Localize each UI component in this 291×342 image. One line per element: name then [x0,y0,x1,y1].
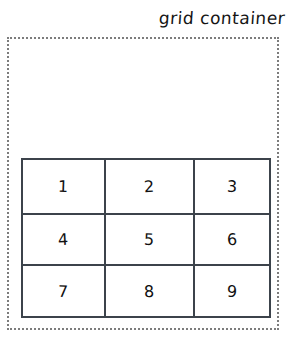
page: grid container 1 2 3 4 5 6 7 8 9 [0,0,291,342]
grid-cell-2-value: 2 [144,177,155,197]
grid-cell-4-value: 4 [58,230,69,250]
grid-cell-3-value: 3 [227,177,238,196]
grid-cell-9: 9 [195,266,269,316]
grid-cell-8: 8 [106,266,195,316]
grid-cell-9-value: 9 [227,281,238,300]
grid-cell-1: 1 [23,160,106,215]
grid-cell-7: 7 [23,266,106,316]
grid-cell-7-value: 7 [58,281,69,300]
grid-cell-1-value: 1 [58,177,69,196]
grid-cell-3: 3 [195,160,269,215]
grid-cell-4: 4 [23,215,106,266]
grid-cell-2: 2 [106,160,195,215]
grid-cell-5: 5 [106,215,195,266]
grid-cell-6-value: 6 [226,230,237,250]
grid-container-label: grid container [158,6,286,30]
grid-cell-6: 6 [195,215,269,266]
grid-cell-5-value: 5 [144,230,155,249]
grid-cell-8-value: 8 [144,281,155,301]
grid-table: 1 2 3 4 5 6 7 8 9 [21,158,271,318]
